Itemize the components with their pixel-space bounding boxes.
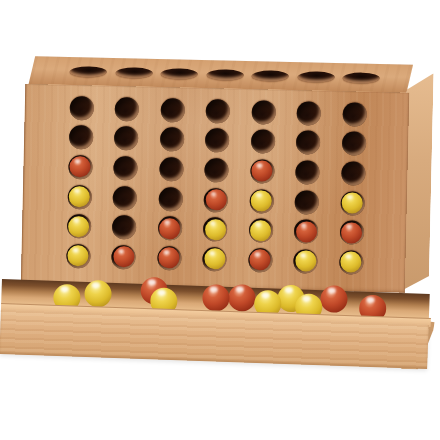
hole xyxy=(204,188,229,213)
board-cell-r1c2[interactable] xyxy=(104,94,150,125)
tray-ball-red-6[interactable] xyxy=(228,283,256,311)
yellow-ball xyxy=(68,216,89,237)
board-cell-r4c6[interactable] xyxy=(284,187,330,218)
hole xyxy=(251,100,276,125)
hole xyxy=(340,220,365,245)
hole xyxy=(339,250,364,275)
board-cell-r5c5[interactable] xyxy=(238,215,284,246)
board-cell-r4c5[interactable] xyxy=(238,186,284,217)
hole xyxy=(206,99,231,124)
hole xyxy=(296,131,321,156)
board-cell-r1c6[interactable] xyxy=(286,98,332,129)
hole xyxy=(340,191,365,216)
tray-ball-red-5[interactable] xyxy=(202,283,230,311)
yellow-ball xyxy=(205,219,226,240)
board-cell-r6c6[interactable] xyxy=(283,246,329,277)
board-cell-r2c1[interactable] xyxy=(58,122,104,153)
red-ball xyxy=(158,247,179,268)
board-cell-r3c6[interactable] xyxy=(285,157,331,188)
board-cell-r2c7[interactable] xyxy=(331,129,377,160)
hole xyxy=(249,189,274,214)
board-cell-r6c5[interactable] xyxy=(237,245,283,276)
board-cell-r2c5[interactable] xyxy=(240,126,286,157)
red-ball xyxy=(70,157,91,178)
board-cell-r6c4[interactable] xyxy=(192,244,238,275)
hole xyxy=(69,96,94,121)
board-cell-r3c2[interactable] xyxy=(103,153,149,184)
board-cell-r5c7[interactable] xyxy=(329,217,375,248)
hole xyxy=(159,157,184,182)
hole xyxy=(112,215,137,240)
board-cell-r3c3[interactable] xyxy=(148,154,194,185)
hole xyxy=(294,219,319,244)
yellow-ball xyxy=(204,248,225,269)
board-cell-r1c3[interactable] xyxy=(149,95,195,126)
hole xyxy=(203,217,228,242)
hole xyxy=(157,246,182,271)
hole xyxy=(111,245,136,270)
board-cell-r5c6[interactable] xyxy=(283,216,329,247)
board-cell-r4c1[interactable] xyxy=(56,182,102,213)
board-cell-r2c6[interactable] xyxy=(285,128,331,159)
hole xyxy=(342,132,367,157)
board-cell-r4c4[interactable] xyxy=(193,185,239,216)
board-cell-r5c1[interactable] xyxy=(56,211,102,242)
drop-slot-6[interactable] xyxy=(296,71,336,83)
board-cell-r6c2[interactable] xyxy=(101,242,147,273)
hole xyxy=(67,214,92,239)
red-ball xyxy=(159,218,180,239)
connect-four-photo-scene xyxy=(0,0,440,440)
ball-tray xyxy=(0,279,436,394)
board-cell-r3c1[interactable] xyxy=(57,152,103,183)
red-ball xyxy=(113,246,134,267)
yellow-ball xyxy=(342,192,363,213)
board-grid xyxy=(55,93,377,278)
tray-ball-yellow-2[interactable] xyxy=(84,279,112,307)
board-cell-r3c4[interactable] xyxy=(194,155,240,186)
board-cell-r6c7[interactable] xyxy=(328,247,374,278)
hole xyxy=(114,126,139,151)
hole xyxy=(115,97,140,122)
hole xyxy=(158,187,183,212)
board-cell-r4c3[interactable] xyxy=(147,184,193,215)
yellow-ball xyxy=(251,190,272,211)
drop-slot-1[interactable] xyxy=(69,66,109,78)
game-board xyxy=(21,56,410,293)
board-front-face xyxy=(21,84,409,293)
hole xyxy=(249,218,274,243)
board-cell-r2c3[interactable] xyxy=(149,124,195,155)
hole xyxy=(113,186,138,211)
drop-slot-3[interactable] xyxy=(160,68,200,80)
board-cell-r1c5[interactable] xyxy=(240,97,286,128)
board-cell-r1c7[interactable] xyxy=(331,99,377,130)
hole xyxy=(251,130,276,155)
red-ball xyxy=(251,161,272,182)
hole xyxy=(297,101,322,126)
hole xyxy=(113,156,138,181)
hole xyxy=(250,159,275,184)
hole xyxy=(248,248,273,273)
hole xyxy=(341,161,366,186)
hole xyxy=(342,102,367,127)
yellow-ball xyxy=(340,251,361,272)
board-cell-r1c1[interactable] xyxy=(59,93,105,124)
board-cell-r6c1[interactable] xyxy=(55,241,101,272)
drop-slot-4[interactable] xyxy=(205,69,245,81)
board-cell-r5c2[interactable] xyxy=(101,212,147,243)
hole xyxy=(160,98,185,123)
board-cell-r5c3[interactable] xyxy=(147,213,193,244)
yellow-ball xyxy=(295,250,316,271)
board-cell-r1c4[interactable] xyxy=(195,96,241,127)
hole xyxy=(204,158,229,183)
board-cell-r2c4[interactable] xyxy=(194,125,240,156)
hole xyxy=(160,127,185,152)
red-ball xyxy=(341,222,362,243)
board-cell-r3c5[interactable] xyxy=(239,156,285,187)
tray-ball-red-10[interactable] xyxy=(320,285,348,313)
hole xyxy=(295,160,320,185)
board-cell-r2c2[interactable] xyxy=(103,123,149,154)
board-cell-r6c3[interactable] xyxy=(146,243,192,274)
red-ball xyxy=(249,249,270,270)
yellow-ball xyxy=(250,220,271,241)
hole xyxy=(158,216,183,241)
board-cell-r4c2[interactable] xyxy=(102,183,148,214)
yellow-ball xyxy=(69,186,90,207)
board-cell-r3c7[interactable] xyxy=(330,158,376,189)
hole xyxy=(69,125,94,150)
hole xyxy=(68,155,93,180)
hole xyxy=(293,249,318,274)
drop-slot-2[interactable] xyxy=(114,67,154,79)
red-ball xyxy=(296,221,317,242)
hole xyxy=(295,190,320,215)
drop-slot-5[interactable] xyxy=(251,70,291,82)
hole xyxy=(66,244,91,269)
red-ball xyxy=(205,189,226,210)
board-cell-r5c4[interactable] xyxy=(192,214,238,245)
hole xyxy=(202,247,227,272)
hole xyxy=(67,185,92,210)
drop-slot-7[interactable] xyxy=(342,72,382,84)
yellow-ball xyxy=(67,245,88,266)
board-cell-r4c7[interactable] xyxy=(329,188,375,219)
hole xyxy=(205,128,230,153)
